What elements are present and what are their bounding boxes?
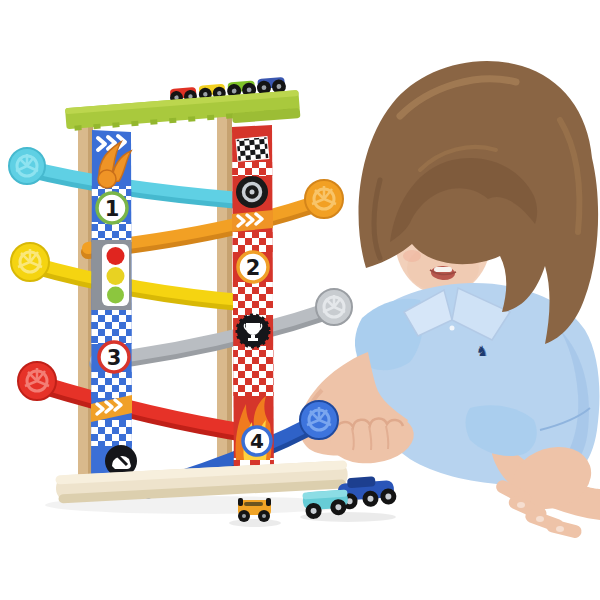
svg-text:1: 1 <box>105 197 120 221</box>
polo-logo: ♞ <box>476 343 489 359</box>
photo-canvas: ♞ <box>0 0 600 600</box>
checker-band <box>91 310 133 344</box>
ramp-5-wheel-cap <box>18 362 56 400</box>
svg-text:2: 2 <box>246 256 261 280</box>
fingernail <box>517 502 525 508</box>
car-roof <box>347 476 376 488</box>
cheek-blush <box>403 250 421 262</box>
fingernail <box>536 516 544 522</box>
car-bumper <box>238 498 243 506</box>
fingernail <box>556 526 564 532</box>
car-window-line <box>244 502 263 506</box>
pillar-right: 2 4 <box>232 125 274 492</box>
checker-band <box>91 372 133 398</box>
toy-tower: 1 3 <box>9 76 355 514</box>
checker-band <box>91 420 133 446</box>
level-3-badge: 3 <box>99 342 129 372</box>
level-1-badge: 1 <box>97 193 127 223</box>
car-shadow <box>229 519 281 527</box>
checker-band <box>232 232 274 252</box>
ramp-2-wheel-cap <box>305 180 343 218</box>
ramp-4-wheel-cap <box>316 289 352 325</box>
svg-text:3: 3 <box>107 346 122 370</box>
trophy-disc-icon <box>237 315 269 347</box>
tire-icon <box>236 176 268 208</box>
checker-band <box>232 346 274 396</box>
checkered-flag-icon <box>236 137 269 162</box>
collar-button <box>450 326 455 331</box>
floor-car-yellow <box>238 498 271 522</box>
level-4-badge: 4 <box>243 427 271 455</box>
level-2-badge: 2 <box>238 252 268 282</box>
checker-band <box>232 162 274 176</box>
checker-band <box>232 282 274 318</box>
pillar-left: 1 3 <box>91 130 137 492</box>
car-bumper <box>266 498 271 506</box>
ramp-3-wheel-cap <box>11 243 49 281</box>
svg-text:4: 4 <box>250 429 264 453</box>
traffic-light-icon <box>102 244 129 306</box>
ramp-6-wheel-cap <box>300 401 338 439</box>
scene: ♞ <box>0 0 600 600</box>
checker-band <box>91 222 133 242</box>
ramp-1-wheel-cap <box>9 148 45 184</box>
